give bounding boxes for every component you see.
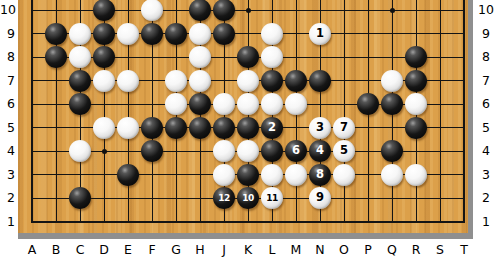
black-stone-K2[interactable]: 10	[237, 187, 259, 209]
row-label-left-5: 5	[0, 120, 15, 136]
black-stone-D8[interactable]	[93, 46, 115, 68]
white-stone-E5[interactable]	[117, 117, 139, 139]
col-label-Q: Q	[382, 242, 402, 258]
black-stone-L7[interactable]	[261, 70, 283, 92]
black-stone-L4[interactable]	[261, 140, 283, 162]
black-stone-Q4[interactable]	[381, 140, 403, 162]
black-stone-N7[interactable]	[309, 70, 331, 92]
row-label-right-3: 3	[475, 167, 497, 183]
row-label-left-10: 10	[0, 2, 15, 18]
col-label-F: F	[142, 242, 162, 258]
white-stone-N2[interactable]: 9	[309, 187, 331, 209]
white-stone-M6[interactable]	[285, 93, 307, 115]
black-stone-N4[interactable]: 4	[309, 140, 331, 162]
move-number-3: 3	[309, 117, 331, 139]
row-label-right-6: 6	[475, 96, 497, 112]
white-stone-E9[interactable]	[117, 23, 139, 45]
white-stone-R6[interactable]	[405, 93, 427, 115]
white-stone-H7[interactable]	[189, 70, 211, 92]
white-stone-O4[interactable]: 5	[333, 140, 355, 162]
white-stone-C9[interactable]	[69, 23, 91, 45]
row-label-left-3: 3	[0, 167, 15, 183]
move-number-5: 5	[333, 140, 355, 162]
col-label-O: O	[334, 242, 354, 258]
star-point-D4	[102, 149, 107, 154]
row-label-right-4: 4	[475, 143, 497, 159]
black-stone-G9[interactable]	[165, 23, 187, 45]
black-stone-L5[interactable]: 2	[261, 117, 283, 139]
black-stone-C7[interactable]	[69, 70, 91, 92]
white-stone-K7[interactable]	[237, 70, 259, 92]
white-stone-O3[interactable]	[333, 164, 355, 186]
col-label-M: M	[286, 242, 306, 258]
move-number-7: 7	[333, 117, 355, 139]
row-label-left-9: 9	[0, 26, 15, 42]
black-stone-R5[interactable]	[405, 117, 427, 139]
black-stone-R8[interactable]	[405, 46, 427, 68]
black-stone-H5[interactable]	[189, 117, 211, 139]
black-stone-E3[interactable]	[117, 164, 139, 186]
black-stone-F4[interactable]	[141, 140, 163, 162]
white-stone-N5[interactable]: 3	[309, 117, 331, 139]
black-stone-K5[interactable]	[237, 117, 259, 139]
white-stone-Q3[interactable]	[381, 164, 403, 186]
grid-line-horizontal-1	[31, 221, 465, 223]
black-stone-P6[interactable]	[357, 93, 379, 115]
move-number-6: 6	[285, 140, 307, 162]
white-stone-F10[interactable]	[141, 0, 163, 21]
white-stone-L9[interactable]	[261, 23, 283, 45]
col-label-D: D	[94, 242, 114, 258]
col-label-K: K	[238, 242, 258, 258]
col-label-H: H	[190, 242, 210, 258]
white-stone-N9[interactable]: 1	[309, 23, 331, 45]
black-stone-Q6[interactable]	[381, 93, 403, 115]
white-stone-J4[interactable]	[213, 140, 235, 162]
white-stone-L8[interactable]	[261, 46, 283, 68]
row-label-right-10: 10	[475, 2, 497, 18]
white-stone-J3[interactable]	[213, 164, 235, 186]
row-label-left-2: 2	[0, 190, 15, 206]
black-stone-D9[interactable]	[93, 23, 115, 45]
row-label-right-5: 5	[475, 120, 497, 136]
black-stone-F5[interactable]	[141, 117, 163, 139]
col-label-R: R	[406, 242, 426, 258]
star-point-Q10	[390, 8, 395, 13]
white-stone-R3[interactable]	[405, 164, 427, 186]
col-label-B: B	[46, 242, 66, 258]
col-label-J: J	[214, 242, 234, 258]
black-stone-M4[interactable]: 6	[285, 140, 307, 162]
black-stone-H6[interactable]	[189, 93, 211, 115]
white-stone-H9[interactable]	[189, 23, 211, 45]
white-stone-G7[interactable]	[165, 70, 187, 92]
board-shadow-right	[468, 0, 473, 239]
black-stone-F9[interactable]	[141, 23, 163, 45]
black-stone-C6[interactable]	[69, 93, 91, 115]
black-stone-H10[interactable]	[189, 0, 211, 21]
black-stone-G5[interactable]	[165, 117, 187, 139]
white-stone-M3[interactable]	[285, 164, 307, 186]
white-stone-E7[interactable]	[117, 70, 139, 92]
black-stone-J10[interactable]	[213, 0, 235, 21]
white-stone-K6[interactable]	[237, 93, 259, 115]
row-label-right-8: 8	[475, 49, 497, 65]
black-stone-C2[interactable]	[69, 187, 91, 209]
black-stone-K8[interactable]	[237, 46, 259, 68]
white-stone-L2[interactable]: 11	[261, 187, 283, 209]
black-stone-D10[interactable]	[93, 0, 115, 21]
white-stone-L3[interactable]	[261, 164, 283, 186]
white-stone-D7[interactable]	[93, 70, 115, 92]
black-stone-R7[interactable]	[405, 70, 427, 92]
white-stone-H8[interactable]	[189, 46, 211, 68]
board-shadow-bottom	[18, 233, 473, 239]
col-label-E: E	[118, 242, 138, 258]
move-number-4: 4	[309, 140, 331, 162]
white-stone-O5[interactable]: 7	[333, 117, 355, 139]
row-label-right-9: 9	[475, 26, 497, 42]
move-number-11: 11	[261, 187, 283, 209]
col-label-C: C	[70, 242, 90, 258]
row-label-left-6: 6	[0, 96, 15, 112]
black-stone-K3[interactable]	[237, 164, 259, 186]
white-stone-J6[interactable]	[213, 93, 235, 115]
black-stone-M7[interactable]	[285, 70, 307, 92]
row-label-left-7: 7	[0, 73, 15, 89]
star-point-K10	[246, 8, 251, 13]
black-stone-J9[interactable]	[213, 23, 235, 45]
black-stone-J2[interactable]: 12	[213, 187, 235, 209]
row-label-left-4: 4	[0, 143, 15, 159]
col-label-G: G	[166, 242, 186, 258]
black-stone-N3[interactable]: 8	[309, 164, 331, 186]
row-label-right-2: 2	[475, 190, 497, 206]
move-number-10: 10	[237, 187, 259, 209]
row-label-left-8: 8	[0, 49, 15, 65]
white-stone-C8[interactable]	[69, 46, 91, 68]
col-label-A: A	[22, 242, 42, 258]
row-label-right-7: 7	[475, 73, 497, 89]
col-label-L: L	[262, 242, 282, 258]
move-number-2: 2	[261, 117, 283, 139]
white-stone-L6[interactable]	[261, 93, 283, 115]
move-number-9: 9	[309, 187, 331, 209]
col-label-T: T	[454, 242, 474, 258]
row-label-left-1: 1	[0, 214, 15, 230]
white-stone-Q7[interactable]	[381, 70, 403, 92]
white-stone-C4[interactable]	[69, 140, 91, 162]
col-label-N: N	[310, 242, 330, 258]
black-stone-J5[interactable]	[213, 117, 235, 139]
white-stone-D5[interactable]	[93, 117, 115, 139]
white-stone-G6[interactable]	[165, 93, 187, 115]
white-stone-K4[interactable]	[237, 140, 259, 162]
go-board-diagram: 2648121013751191010998877665544332211ABC…	[0, 0, 500, 260]
black-stone-B9[interactable]	[45, 23, 67, 45]
black-stone-B8[interactable]	[45, 46, 67, 68]
row-label-right-1: 1	[475, 214, 497, 230]
move-number-8: 8	[309, 164, 331, 186]
col-label-S: S	[430, 242, 450, 258]
move-number-12: 12	[213, 187, 235, 209]
col-label-P: P	[358, 242, 378, 258]
move-number-1: 1	[309, 23, 331, 45]
